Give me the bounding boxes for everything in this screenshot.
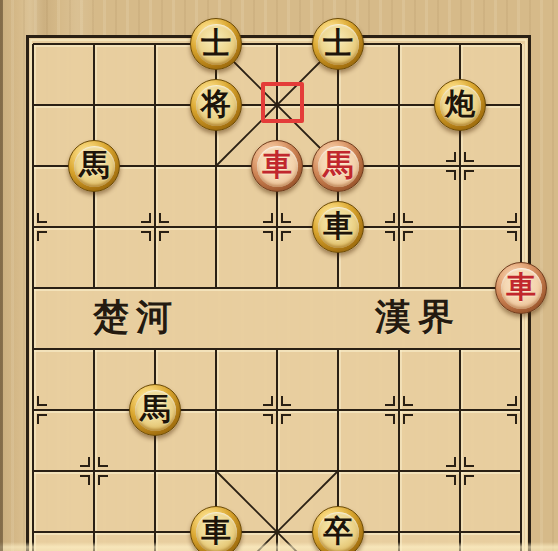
- piece-face: 将: [196, 85, 237, 126]
- piece-red-chariot-right[interactable]: 車: [495, 262, 547, 314]
- piece-character: 炮: [445, 89, 475, 119]
- piece-face: 炮: [440, 85, 481, 126]
- xiangqi-app: 楚河 漢界 士士将炮馬車馬車車馬車卒: [0, 0, 558, 551]
- piece-face: 馬: [318, 146, 359, 187]
- piece-black-general[interactable]: 将: [190, 79, 242, 131]
- piece-black-advisor-left[interactable]: 士: [190, 18, 242, 70]
- piece-face: 車: [196, 512, 237, 551]
- piece-black-cannon[interactable]: 炮: [434, 79, 486, 131]
- piece-face: 馬: [74, 146, 115, 187]
- piece-character: 士: [323, 28, 353, 58]
- piece-character: 車: [201, 516, 231, 546]
- left-edge-shadow: [0, 0, 3, 551]
- piece-red-chariot-center[interactable]: 車: [251, 140, 303, 192]
- piece-face: 士: [196, 24, 237, 65]
- piece-red-horse[interactable]: 馬: [312, 140, 364, 192]
- piece-character: 車: [506, 272, 536, 302]
- piece-character: 車: [323, 211, 353, 241]
- piece-face: 車: [318, 207, 359, 248]
- piece-character: 馬: [323, 150, 353, 180]
- piece-face: 車: [501, 268, 542, 309]
- piece-black-chariot-lower[interactable]: 車: [190, 506, 242, 551]
- piece-character: 車: [262, 150, 292, 180]
- piece-face: 馬: [135, 390, 176, 431]
- piece-character: 馬: [140, 394, 170, 424]
- piece-character: 将: [201, 89, 231, 119]
- pieces-grid: 士士将炮馬車馬車車馬車卒: [3, 14, 552, 551]
- piece-character: 士: [201, 28, 231, 58]
- piece-black-advisor-right[interactable]: 士: [312, 18, 364, 70]
- piece-black-horse-left[interactable]: 馬: [68, 140, 120, 192]
- piece-face: 車: [257, 146, 298, 187]
- piece-black-chariot-upper[interactable]: 車: [312, 201, 364, 253]
- piece-face: 卒: [318, 512, 359, 551]
- piece-black-horse-lower[interactable]: 馬: [129, 384, 181, 436]
- piece-black-pawn[interactable]: 卒: [312, 506, 364, 551]
- piece-face: 士: [318, 24, 359, 65]
- piece-character: 馬: [79, 150, 109, 180]
- piece-character: 卒: [323, 516, 353, 546]
